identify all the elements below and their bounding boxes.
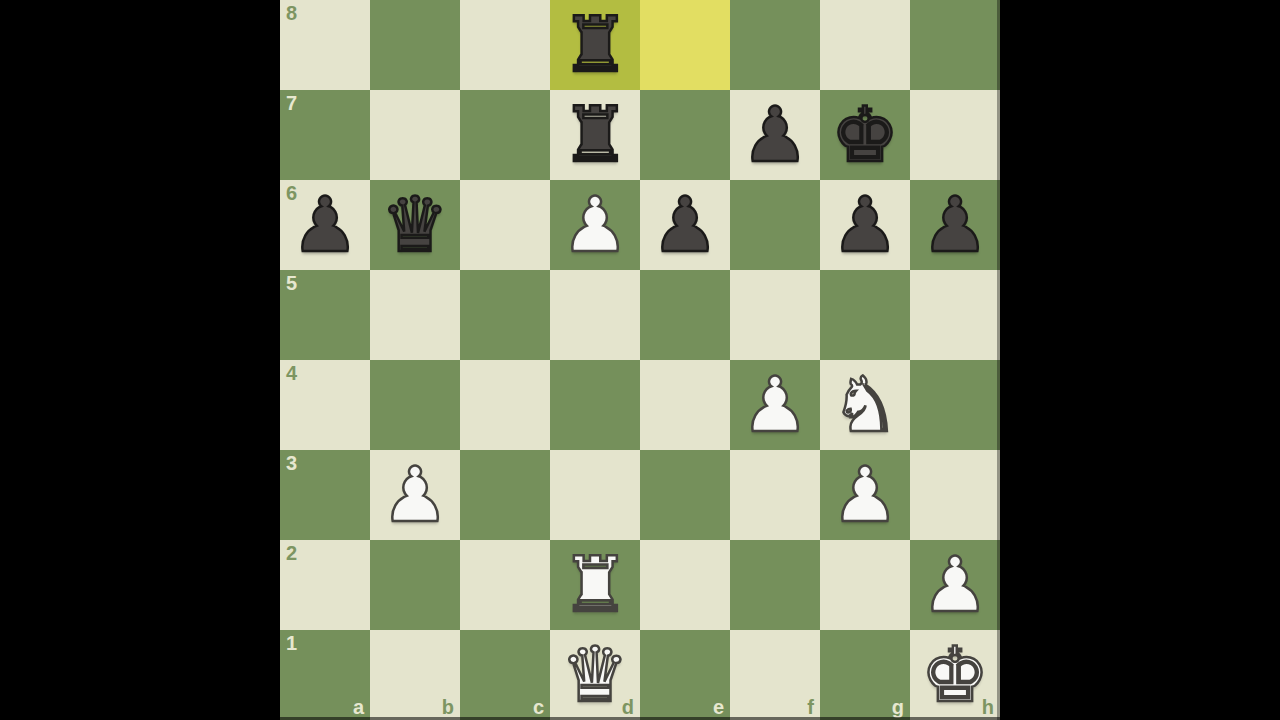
- black-pawn[interactable]: ♟: [910, 180, 1000, 270]
- square-a2[interactable]: 2: [280, 540, 370, 630]
- square-c6[interactable]: [460, 180, 550, 270]
- square-b6[interactable]: ♛: [370, 180, 460, 270]
- square-d2[interactable]: ♜: [550, 540, 640, 630]
- file-label-b: b: [442, 695, 454, 719]
- square-e7[interactable]: [640, 90, 730, 180]
- square-c5[interactable]: [460, 270, 550, 360]
- white-pawn[interactable]: ♟: [550, 180, 640, 270]
- square-e5[interactable]: [640, 270, 730, 360]
- square-c2[interactable]: [460, 540, 550, 630]
- square-g8[interactable]: [820, 0, 910, 90]
- square-e1[interactable]: e: [640, 630, 730, 720]
- square-a6[interactable]: 6♟: [280, 180, 370, 270]
- square-b5[interactable]: [370, 270, 460, 360]
- square-b4[interactable]: [370, 360, 460, 450]
- square-h6[interactable]: ♟: [910, 180, 1000, 270]
- square-g1[interactable]: g: [820, 630, 910, 720]
- square-a7[interactable]: 7: [280, 90, 370, 180]
- square-h5[interactable]: [910, 270, 1000, 360]
- square-a8[interactable]: 8: [280, 0, 370, 90]
- square-b2[interactable]: [370, 540, 460, 630]
- square-f8[interactable]: [730, 0, 820, 90]
- square-h2[interactable]: ♟: [910, 540, 1000, 630]
- rank-label-8: 8: [286, 1, 297, 25]
- square-e8[interactable]: [640, 0, 730, 90]
- file-label-g: g: [892, 695, 904, 719]
- square-g2[interactable]: [820, 540, 910, 630]
- square-g6[interactable]: ♟: [820, 180, 910, 270]
- square-e2[interactable]: [640, 540, 730, 630]
- white-knight[interactable]: ♞: [820, 360, 910, 450]
- square-d3[interactable]: [550, 450, 640, 540]
- square-d5[interactable]: [550, 270, 640, 360]
- rank-label-2: 2: [286, 541, 297, 565]
- white-pawn[interactable]: ♟: [370, 450, 460, 540]
- square-b1[interactable]: b: [370, 630, 460, 720]
- square-h1[interactable]: h♚: [910, 630, 1000, 720]
- square-b8[interactable]: [370, 0, 460, 90]
- square-a3[interactable]: 3: [280, 450, 370, 540]
- file-label-e: e: [713, 695, 724, 719]
- black-pawn[interactable]: ♟: [640, 180, 730, 270]
- black-rook[interactable]: ♜: [550, 0, 640, 90]
- white-pawn[interactable]: ♟: [910, 540, 1000, 630]
- black-pawn[interactable]: ♟: [280, 180, 370, 270]
- square-f4[interactable]: ♟: [730, 360, 820, 450]
- white-pawn[interactable]: ♟: [820, 450, 910, 540]
- rank-label-5: 5: [286, 271, 297, 295]
- square-g3[interactable]: ♟: [820, 450, 910, 540]
- rank-label-7: 7: [286, 91, 297, 115]
- square-c8[interactable]: [460, 0, 550, 90]
- square-e3[interactable]: [640, 450, 730, 540]
- square-d8[interactable]: ♜: [550, 0, 640, 90]
- square-d7[interactable]: ♜: [550, 90, 640, 180]
- square-h7[interactable]: [910, 90, 1000, 180]
- file-label-c: c: [533, 695, 544, 719]
- white-king[interactable]: ♚: [910, 630, 1000, 720]
- square-a5[interactable]: 5: [280, 270, 370, 360]
- file-label-f: f: [807, 695, 814, 719]
- rank-label-4: 4: [286, 361, 297, 385]
- black-pawn[interactable]: ♟: [730, 90, 820, 180]
- file-label-a: a: [353, 695, 364, 719]
- square-h8[interactable]: [910, 0, 1000, 90]
- square-h4[interactable]: [910, 360, 1000, 450]
- square-a1[interactable]: 1a: [280, 630, 370, 720]
- square-e6[interactable]: ♟: [640, 180, 730, 270]
- black-rook[interactable]: ♜: [550, 90, 640, 180]
- black-pawn[interactable]: ♟: [820, 180, 910, 270]
- square-f6[interactable]: [730, 180, 820, 270]
- square-f2[interactable]: [730, 540, 820, 630]
- rank-label-3: 3: [286, 451, 297, 475]
- square-g5[interactable]: [820, 270, 910, 360]
- square-d1[interactable]: d♛: [550, 630, 640, 720]
- square-g4[interactable]: ♞: [820, 360, 910, 450]
- square-f3[interactable]: [730, 450, 820, 540]
- square-c1[interactable]: c: [460, 630, 550, 720]
- square-a4[interactable]: 4: [280, 360, 370, 450]
- square-h3[interactable]: [910, 450, 1000, 540]
- square-c3[interactable]: [460, 450, 550, 540]
- square-b7[interactable]: [370, 90, 460, 180]
- white-rook[interactable]: ♜: [550, 540, 640, 630]
- square-f7[interactable]: ♟: [730, 90, 820, 180]
- square-d4[interactable]: [550, 360, 640, 450]
- square-g7[interactable]: ♚: [820, 90, 910, 180]
- square-f1[interactable]: f: [730, 630, 820, 720]
- square-e4[interactable]: [640, 360, 730, 450]
- white-queen[interactable]: ♛: [550, 630, 640, 720]
- black-queen[interactable]: ♛: [370, 180, 460, 270]
- square-c7[interactable]: [460, 90, 550, 180]
- square-b3[interactable]: ♟: [370, 450, 460, 540]
- chess-board: 8♜7♜♟♚6♟♛♟♟♟♟54♟♞3♟♟2♜♟1abcd♛efgh♚: [280, 0, 1000, 720]
- square-d6[interactable]: ♟: [550, 180, 640, 270]
- white-pawn[interactable]: ♟: [730, 360, 820, 450]
- square-f5[interactable]: [730, 270, 820, 360]
- square-c4[interactable]: [460, 360, 550, 450]
- black-king[interactable]: ♚: [820, 90, 910, 180]
- rank-label-1: 1: [286, 631, 297, 655]
